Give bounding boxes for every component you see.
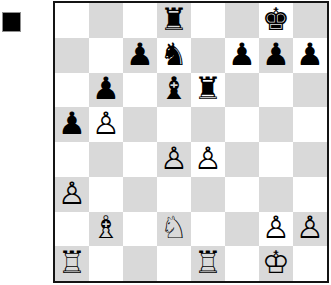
square-a8[interactable] xyxy=(55,3,89,38)
square-c5[interactable] xyxy=(123,107,157,142)
square-b6[interactable]: ♟ xyxy=(89,73,123,108)
square-a4[interactable] xyxy=(55,142,89,177)
square-f4[interactable] xyxy=(225,142,259,177)
black-king-g8: ♚ xyxy=(262,4,290,35)
square-e1[interactable]: ♖ xyxy=(191,246,225,281)
white-king-g1: ♔ xyxy=(262,247,290,278)
square-a5[interactable]: ♟ xyxy=(55,107,89,142)
square-c1[interactable] xyxy=(123,246,157,281)
square-d5[interactable] xyxy=(157,107,191,142)
square-h6[interactable] xyxy=(293,73,327,108)
square-a3[interactable]: ♙ xyxy=(55,177,89,212)
square-e8[interactable] xyxy=(191,3,225,38)
square-d7[interactable]: ♞ xyxy=(157,38,191,73)
square-e3[interactable] xyxy=(191,177,225,212)
square-e7[interactable] xyxy=(191,38,225,73)
square-h1[interactable] xyxy=(293,246,327,281)
square-c2[interactable] xyxy=(123,212,157,247)
black-bishop-d6: ♝ xyxy=(160,73,188,104)
square-d6[interactable]: ♝ xyxy=(157,73,191,108)
square-b7[interactable] xyxy=(89,38,123,73)
black-pawn-c7: ♟ xyxy=(126,39,154,70)
white-pawn-b5: ♙ xyxy=(92,108,120,139)
black-pawn-g7: ♟ xyxy=(262,39,290,70)
square-e2[interactable] xyxy=(191,212,225,247)
square-h2[interactable]: ♙ xyxy=(293,212,327,247)
chess-board: ♜♚♟♞♟♟♟♟♝♜♟♙♙♙♙♗♘♙♙♖♖♔ xyxy=(53,1,329,283)
square-g2[interactable]: ♙ xyxy=(259,212,293,247)
white-bishop-b2: ♗ xyxy=(92,212,120,243)
square-h5[interactable] xyxy=(293,107,327,142)
white-rook-e1: ♖ xyxy=(194,247,222,278)
square-b1[interactable] xyxy=(89,246,123,281)
square-b3[interactable] xyxy=(89,177,123,212)
square-a1[interactable]: ♖ xyxy=(55,246,89,281)
square-c4[interactable] xyxy=(123,142,157,177)
square-f1[interactable] xyxy=(225,246,259,281)
square-f3[interactable] xyxy=(225,177,259,212)
square-g8[interactable]: ♚ xyxy=(259,3,293,38)
square-c8[interactable] xyxy=(123,3,157,38)
square-f7[interactable]: ♟ xyxy=(225,38,259,73)
square-f2[interactable] xyxy=(225,212,259,247)
square-e6[interactable]: ♜ xyxy=(191,73,225,108)
square-g4[interactable] xyxy=(259,142,293,177)
black-to-move-indicator xyxy=(2,12,21,32)
square-g3[interactable] xyxy=(259,177,293,212)
square-c3[interactable] xyxy=(123,177,157,212)
square-d3[interactable] xyxy=(157,177,191,212)
square-g1[interactable]: ♔ xyxy=(259,246,293,281)
white-pawn-a3: ♙ xyxy=(58,178,86,209)
square-f5[interactable] xyxy=(225,107,259,142)
white-pawn-e4: ♙ xyxy=(194,143,222,174)
square-f6[interactable] xyxy=(225,73,259,108)
square-d1[interactable] xyxy=(157,246,191,281)
white-rook-a1: ♖ xyxy=(58,247,86,278)
black-pawn-a5: ♟ xyxy=(58,108,86,139)
square-a7[interactable] xyxy=(55,38,89,73)
black-pawn-b6: ♟ xyxy=(92,73,120,104)
square-g7[interactable]: ♟ xyxy=(259,38,293,73)
black-rook-e6: ♜ xyxy=(194,73,222,104)
square-e5[interactable] xyxy=(191,107,225,142)
square-h4[interactable] xyxy=(293,142,327,177)
square-h3[interactable] xyxy=(293,177,327,212)
square-c6[interactable] xyxy=(123,73,157,108)
square-a6[interactable] xyxy=(55,73,89,108)
square-d8[interactable]: ♜ xyxy=(157,3,191,38)
white-pawn-h2: ♙ xyxy=(296,212,324,243)
black-pawn-h7: ♟ xyxy=(296,39,324,70)
square-h7[interactable]: ♟ xyxy=(293,38,327,73)
square-b4[interactable] xyxy=(89,142,123,177)
square-d4[interactable]: ♙ xyxy=(157,142,191,177)
square-f8[interactable] xyxy=(225,3,259,38)
black-pawn-f7: ♟ xyxy=(228,39,256,70)
white-pawn-g2: ♙ xyxy=(262,212,290,243)
white-knight-d2: ♘ xyxy=(160,212,188,243)
black-knight-d7: ♞ xyxy=(160,39,188,70)
square-b5[interactable]: ♙ xyxy=(89,107,123,142)
square-a2[interactable] xyxy=(55,212,89,247)
square-h8[interactable] xyxy=(293,3,327,38)
square-g5[interactable] xyxy=(259,107,293,142)
square-e4[interactable]: ♙ xyxy=(191,142,225,177)
square-c7[interactable]: ♟ xyxy=(123,38,157,73)
square-d2[interactable]: ♘ xyxy=(157,212,191,247)
square-b2[interactable]: ♗ xyxy=(89,212,123,247)
square-b8[interactable] xyxy=(89,3,123,38)
chess-diagram: ♜♚♟♞♟♟♟♟♝♜♟♙♙♙♙♗♘♙♙♖♖♔ xyxy=(0,0,331,285)
black-rook-d8: ♜ xyxy=(160,4,188,35)
square-g6[interactable] xyxy=(259,73,293,108)
white-pawn-d4: ♙ xyxy=(160,143,188,174)
